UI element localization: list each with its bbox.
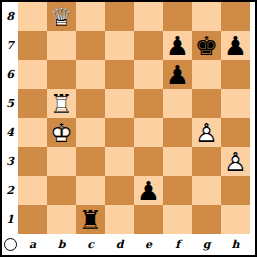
square-e5[interactable]: [134, 89, 163, 118]
white-rook-fill: ♜: [47, 89, 76, 118]
black-pawn[interactable]: ♟: [134, 176, 163, 205]
square-c2[interactable]: [76, 176, 105, 205]
square-f2[interactable]: [163, 176, 192, 205]
square-a1[interactable]: [18, 205, 47, 234]
square-g2[interactable]: [192, 176, 221, 205]
file-label-f: f: [163, 234, 192, 254]
square-a2[interactable]: [18, 176, 47, 205]
rank-label-6: 6: [2, 60, 18, 89]
square-g1[interactable]: [192, 205, 221, 234]
white-queen-glyph: ♕: [47, 2, 76, 31]
square-b1[interactable]: [47, 205, 76, 234]
black-pawn-glyph: ♟: [134, 176, 163, 205]
square-c3[interactable]: [76, 147, 105, 176]
square-g8[interactable]: [192, 2, 221, 31]
square-c4[interactable]: [76, 118, 105, 147]
white-rook[interactable]: ♜♖: [47, 89, 76, 118]
square-h7[interactable]: ♟: [221, 31, 250, 60]
square-a6[interactable]: [18, 60, 47, 89]
white-pawn-fill: ♟: [221, 147, 250, 176]
black-pawn[interactable]: ♟: [163, 60, 192, 89]
file-label-h: h: [221, 234, 250, 254]
white-king[interactable]: ♚♔: [47, 118, 76, 147]
white-to-move-indicator: [4, 238, 17, 251]
white-queen[interactable]: ♛♕: [47, 2, 76, 31]
square-d5[interactable]: [105, 89, 134, 118]
white-queen-fill: ♛: [47, 2, 76, 31]
square-e6[interactable]: [134, 60, 163, 89]
file-label-b: b: [47, 234, 76, 254]
chess-diagram: 87654321 ♛♕♟♚♟♟♜♖♚♔♟♙♟♙♟♜ abcdefgh: [0, 0, 257, 257]
file-label-a: a: [18, 234, 47, 254]
square-h2[interactable]: [221, 176, 250, 205]
file-label-d: d: [105, 234, 134, 254]
white-pawn-glyph: ♙: [221, 147, 250, 176]
square-a3[interactable]: [18, 147, 47, 176]
square-a4[interactable]: [18, 118, 47, 147]
square-g3[interactable]: [192, 147, 221, 176]
white-pawn-glyph: ♙: [192, 118, 221, 147]
white-pawn[interactable]: ♟♙: [221, 147, 250, 176]
square-b3[interactable]: [47, 147, 76, 176]
white-rook-glyph: ♖: [47, 89, 76, 118]
white-pawn-fill: ♟: [192, 118, 221, 147]
square-e8[interactable]: [134, 2, 163, 31]
square-b6[interactable]: [47, 60, 76, 89]
black-pawn-glyph: ♟: [163, 31, 192, 60]
black-rook-glyph: ♜: [76, 205, 105, 234]
square-b8[interactable]: ♛♕: [47, 2, 76, 31]
square-e3[interactable]: [134, 147, 163, 176]
rank-label-5: 5: [2, 89, 18, 118]
white-pawn[interactable]: ♟♙: [192, 118, 221, 147]
white-king-fill: ♚: [47, 118, 76, 147]
square-h5[interactable]: [221, 89, 250, 118]
square-h6[interactable]: [221, 60, 250, 89]
square-a7[interactable]: [18, 31, 47, 60]
square-g4[interactable]: ♟♙: [192, 118, 221, 147]
square-c1[interactable]: ♜: [76, 205, 105, 234]
square-h4[interactable]: [221, 118, 250, 147]
rank-labels: 87654321: [2, 2, 18, 234]
rank-label-7: 7: [2, 31, 18, 60]
square-d8[interactable]: [105, 2, 134, 31]
rank-label-2: 2: [2, 176, 18, 205]
square-e1[interactable]: [134, 205, 163, 234]
square-e4[interactable]: [134, 118, 163, 147]
square-d2[interactable]: [105, 176, 134, 205]
square-f6[interactable]: ♟: [163, 60, 192, 89]
chess-board[interactable]: ♛♕♟♚♟♟♜♖♚♔♟♙♟♙♟♜: [18, 2, 250, 234]
square-c7[interactable]: [76, 31, 105, 60]
rank-label-1: 1: [2, 205, 18, 234]
square-g5[interactable]: [192, 89, 221, 118]
rank-label-3: 3: [2, 147, 18, 176]
square-e7[interactable]: [134, 31, 163, 60]
square-h1[interactable]: [221, 205, 250, 234]
square-d6[interactable]: [105, 60, 134, 89]
square-h8[interactable]: [221, 2, 250, 31]
square-e2[interactable]: ♟: [134, 176, 163, 205]
square-f5[interactable]: [163, 89, 192, 118]
file-label-g: g: [192, 234, 221, 254]
square-f7[interactable]: ♟: [163, 31, 192, 60]
square-d3[interactable]: [105, 147, 134, 176]
square-f3[interactable]: [163, 147, 192, 176]
black-pawn[interactable]: ♟: [163, 31, 192, 60]
square-f4[interactable]: [163, 118, 192, 147]
file-label-c: c: [76, 234, 105, 254]
square-a8[interactable]: [18, 2, 47, 31]
square-g7[interactable]: ♚: [192, 31, 221, 60]
square-c5[interactable]: [76, 89, 105, 118]
white-king-glyph: ♔: [47, 118, 76, 147]
square-d4[interactable]: [105, 118, 134, 147]
square-g6[interactable]: [192, 60, 221, 89]
file-label-e: e: [134, 234, 163, 254]
square-d7[interactable]: [105, 31, 134, 60]
rank-label-8: 8: [2, 2, 18, 31]
square-f8[interactable]: [163, 2, 192, 31]
black-rook[interactable]: ♜: [76, 205, 105, 234]
square-f1[interactable]: [163, 205, 192, 234]
square-c6[interactable]: [76, 60, 105, 89]
black-king[interactable]: ♚: [192, 31, 221, 60]
black-king-glyph: ♚: [192, 31, 221, 60]
square-c8[interactable]: [76, 2, 105, 31]
square-d1[interactable]: [105, 205, 134, 234]
square-a5[interactable]: [18, 89, 47, 118]
square-b4[interactable]: ♚♔: [47, 118, 76, 147]
square-b2[interactable]: [47, 176, 76, 205]
square-h3[interactable]: ♟♙: [221, 147, 250, 176]
black-pawn-glyph: ♟: [221, 31, 250, 60]
black-pawn-glyph: ♟: [163, 60, 192, 89]
square-b7[interactable]: [47, 31, 76, 60]
square-b5[interactable]: ♜♖: [47, 89, 76, 118]
black-pawn[interactable]: ♟: [221, 31, 250, 60]
file-labels: abcdefgh: [18, 234, 250, 254]
rank-label-4: 4: [2, 118, 18, 147]
